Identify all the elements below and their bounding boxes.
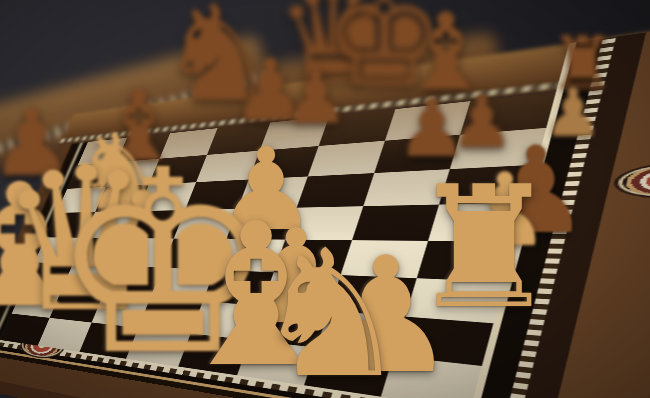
square-f7[interactable] xyxy=(308,141,385,177)
chess-photo-scene: ♝♛♞♚♟♝♟♞♟♜♟♟♝♞♟♟♛♚♟♝♟♟♟♜ xyxy=(0,0,650,398)
pieces-layer: ♝♛♞♚♟♝♟♞♟♜♟♟♝♞♟♟♛♚♟♝♟♟♟♜ xyxy=(0,0,650,398)
piece-white-knight-f4[interactable]: ♞ xyxy=(252,227,410,398)
